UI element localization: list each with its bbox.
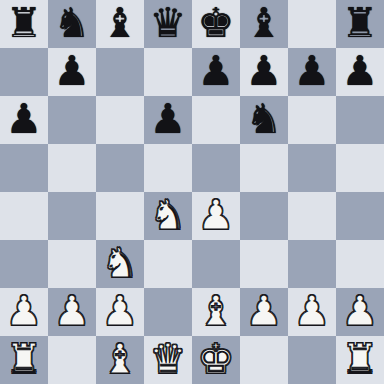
square-f2[interactable]: ♟ — [240, 288, 288, 336]
square-g8[interactable] — [288, 0, 336, 48]
square-f1[interactable] — [240, 336, 288, 384]
square-c4[interactable] — [96, 192, 144, 240]
square-e1[interactable]: ♚ — [192, 336, 240, 384]
square-h2[interactable]: ♟ — [336, 288, 384, 336]
square-b2[interactable]: ♟ — [48, 288, 96, 336]
piece-white-bishop[interactable]: ♝ — [198, 288, 235, 335]
square-c8[interactable]: ♝ — [96, 0, 144, 48]
square-e3[interactable] — [192, 240, 240, 288]
square-b7[interactable]: ♟ — [48, 48, 96, 96]
piece-white-pawn[interactable]: ♟ — [6, 288, 43, 335]
square-h6[interactable] — [336, 96, 384, 144]
square-c2[interactable]: ♟ — [96, 288, 144, 336]
square-e7[interactable]: ♟ — [192, 48, 240, 96]
piece-black-pawn[interactable]: ♟ — [246, 48, 283, 95]
piece-black-bishop[interactable]: ♝ — [246, 0, 283, 47]
square-e2[interactable]: ♝ — [192, 288, 240, 336]
square-d6[interactable]: ♟ — [144, 96, 192, 144]
square-e8[interactable]: ♚ — [192, 0, 240, 48]
square-a8[interactable]: ♜ — [0, 0, 48, 48]
square-b5[interactable] — [48, 144, 96, 192]
square-f6[interactable]: ♞ — [240, 96, 288, 144]
square-d7[interactable] — [144, 48, 192, 96]
piece-black-pawn[interactable]: ♟ — [150, 96, 187, 143]
square-h7[interactable]: ♟ — [336, 48, 384, 96]
square-a2[interactable]: ♟ — [0, 288, 48, 336]
square-d2[interactable] — [144, 288, 192, 336]
square-g7[interactable]: ♟ — [288, 48, 336, 96]
square-b6[interactable] — [48, 96, 96, 144]
piece-black-queen[interactable]: ♛ — [150, 0, 187, 47]
square-a7[interactable] — [0, 48, 48, 96]
square-f8[interactable]: ♝ — [240, 0, 288, 48]
square-d4[interactable]: ♞ — [144, 192, 192, 240]
square-e5[interactable] — [192, 144, 240, 192]
piece-white-knight[interactable]: ♞ — [150, 192, 187, 239]
piece-black-bishop[interactable]: ♝ — [102, 0, 139, 47]
piece-white-rook[interactable]: ♜ — [342, 336, 379, 383]
piece-white-bishop[interactable]: ♝ — [102, 336, 139, 383]
square-d1[interactable]: ♛ — [144, 336, 192, 384]
square-c5[interactable] — [96, 144, 144, 192]
square-c6[interactable] — [96, 96, 144, 144]
piece-black-pawn[interactable]: ♟ — [6, 96, 43, 143]
square-f7[interactable]: ♟ — [240, 48, 288, 96]
piece-white-pawn[interactable]: ♟ — [342, 288, 379, 335]
square-g3[interactable] — [288, 240, 336, 288]
square-h4[interactable] — [336, 192, 384, 240]
square-d8[interactable]: ♛ — [144, 0, 192, 48]
square-a6[interactable]: ♟ — [0, 96, 48, 144]
piece-white-pawn[interactable]: ♟ — [198, 192, 235, 239]
piece-black-knight[interactable]: ♞ — [246, 96, 283, 143]
piece-white-knight[interactable]: ♞ — [102, 240, 139, 287]
square-b4[interactable] — [48, 192, 96, 240]
square-g2[interactable]: ♟ — [288, 288, 336, 336]
square-e4[interactable]: ♟ — [192, 192, 240, 240]
piece-black-pawn[interactable]: ♟ — [294, 48, 331, 95]
square-f4[interactable] — [240, 192, 288, 240]
piece-black-rook[interactable]: ♜ — [342, 0, 379, 47]
piece-black-king[interactable]: ♚ — [198, 0, 235, 47]
square-c1[interactable]: ♝ — [96, 336, 144, 384]
square-h1[interactable]: ♜ — [336, 336, 384, 384]
piece-white-queen[interactable]: ♛ — [150, 336, 187, 383]
square-d5[interactable] — [144, 144, 192, 192]
square-c3[interactable]: ♞ — [96, 240, 144, 288]
square-f5[interactable] — [240, 144, 288, 192]
square-d3[interactable] — [144, 240, 192, 288]
chess-board: ♜♞♝♛♚♝♜♟♟♟♟♟♟♟♞♞♟♞♟♟♟♝♟♟♟♜♝♛♚♜ — [0, 0, 384, 384]
square-b8[interactable]: ♞ — [48, 0, 96, 48]
piece-white-rook[interactable]: ♜ — [6, 336, 43, 383]
piece-white-pawn[interactable]: ♟ — [54, 288, 91, 335]
square-a5[interactable] — [0, 144, 48, 192]
square-b3[interactable] — [48, 240, 96, 288]
piece-black-pawn[interactable]: ♟ — [54, 48, 91, 95]
piece-white-king[interactable]: ♚ — [198, 336, 235, 383]
square-g5[interactable] — [288, 144, 336, 192]
square-h8[interactable]: ♜ — [336, 0, 384, 48]
square-c7[interactable] — [96, 48, 144, 96]
piece-white-pawn[interactable]: ♟ — [246, 288, 283, 335]
square-a3[interactable] — [0, 240, 48, 288]
square-g6[interactable] — [288, 96, 336, 144]
piece-black-pawn[interactable]: ♟ — [198, 48, 235, 95]
piece-white-pawn[interactable]: ♟ — [102, 288, 139, 335]
square-a1[interactable]: ♜ — [0, 336, 48, 384]
square-h3[interactable] — [336, 240, 384, 288]
square-e6[interactable] — [192, 96, 240, 144]
square-b1[interactable] — [48, 336, 96, 384]
piece-black-pawn[interactable]: ♟ — [342, 48, 379, 95]
square-a4[interactable] — [0, 192, 48, 240]
piece-black-rook[interactable]: ♜ — [6, 0, 43, 47]
square-f3[interactable] — [240, 240, 288, 288]
piece-white-pawn[interactable]: ♟ — [294, 288, 331, 335]
square-g4[interactable] — [288, 192, 336, 240]
piece-black-knight[interactable]: ♞ — [54, 0, 91, 47]
square-h5[interactable] — [336, 144, 384, 192]
square-g1[interactable] — [288, 336, 336, 384]
